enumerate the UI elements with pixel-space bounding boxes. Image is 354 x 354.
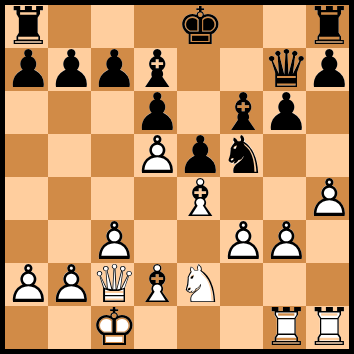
white-bishop[interactable]: ♝♗	[177, 177, 220, 220]
piece-fill-glyph: ♟	[134, 134, 177, 177]
square-g8[interactable]	[263, 5, 306, 48]
black-pawn[interactable]: ♟♙	[134, 91, 177, 134]
piece-outline-glyph: ♙	[91, 48, 134, 91]
piece-outline-glyph: ♖	[306, 5, 349, 48]
white-pawn[interactable]: ♟♙	[134, 134, 177, 177]
square-a7[interactable]: ♟♙	[5, 48, 48, 91]
square-f3[interactable]: ♟♙	[220, 220, 263, 263]
piece-fill-glyph: ♟	[177, 134, 220, 177]
piece-fill-glyph: ♟	[5, 263, 48, 306]
piece-outline-glyph: ♙	[134, 134, 177, 177]
square-b5[interactable]	[48, 134, 91, 177]
square-h4[interactable]: ♟♙	[306, 177, 349, 220]
square-a4[interactable]	[5, 177, 48, 220]
black-king[interactable]: ♚♔	[177, 5, 220, 48]
chess-board: ♜♖♚♔♜♖♟♙♟♙♟♙♝♗♛♕♟♙♟♙♝♗♟♙♟♙♟♙♞♘♝♗♟♙♟♙♟♙♟♙…	[5, 5, 349, 349]
square-e3[interactable]	[177, 220, 220, 263]
square-d4[interactable]	[134, 177, 177, 220]
piece-outline-glyph: ♙	[91, 220, 134, 263]
black-pawn[interactable]: ♟♙	[91, 48, 134, 91]
piece-fill-glyph: ♟	[134, 91, 177, 134]
black-bishop[interactable]: ♝♗	[220, 91, 263, 134]
square-a3[interactable]	[5, 220, 48, 263]
piece-outline-glyph: ♕	[91, 263, 134, 306]
piece-outline-glyph: ♖	[5, 5, 48, 48]
white-queen[interactable]: ♛♕	[91, 263, 134, 306]
piece-fill-glyph: ♝	[177, 177, 220, 220]
piece-outline-glyph: ♙	[263, 91, 306, 134]
square-c2[interactable]: ♛♕	[91, 263, 134, 306]
piece-fill-glyph: ♟	[306, 48, 349, 91]
square-f8[interactable]	[220, 5, 263, 48]
piece-fill-glyph: ♞	[220, 134, 263, 177]
square-h6[interactable]	[306, 91, 349, 134]
square-g1[interactable]: ♜♖	[263, 306, 306, 349]
piece-fill-glyph: ♟	[48, 48, 91, 91]
black-pawn[interactable]: ♟♙	[48, 48, 91, 91]
white-pawn[interactable]: ♟♙	[263, 220, 306, 263]
square-f2[interactable]	[220, 263, 263, 306]
square-f4[interactable]	[220, 177, 263, 220]
piece-fill-glyph: ♝	[134, 263, 177, 306]
piece-outline-glyph: ♖	[306, 306, 349, 349]
piece-fill-glyph: ♚	[91, 306, 134, 349]
piece-outline-glyph: ♘	[177, 263, 220, 306]
black-rook[interactable]: ♜♖	[306, 5, 349, 48]
piece-outline-glyph: ♖	[263, 306, 306, 349]
piece-fill-glyph: ♝	[134, 48, 177, 91]
piece-outline-glyph: ♔	[177, 5, 220, 48]
square-b3[interactable]	[48, 220, 91, 263]
square-b6[interactable]	[48, 91, 91, 134]
piece-fill-glyph: ♟	[5, 48, 48, 91]
piece-outline-glyph: ♕	[263, 48, 306, 91]
black-pawn[interactable]: ♟♙	[177, 134, 220, 177]
piece-fill-glyph: ♜	[306, 306, 349, 349]
piece-fill-glyph: ♛	[91, 263, 134, 306]
square-b8[interactable]	[48, 5, 91, 48]
square-a8[interactable]: ♜♖	[5, 5, 48, 48]
black-bishop[interactable]: ♝♗	[134, 48, 177, 91]
square-g4[interactable]	[263, 177, 306, 220]
square-d2[interactable]: ♝♗	[134, 263, 177, 306]
piece-outline-glyph: ♗	[220, 91, 263, 134]
square-d5[interactable]: ♟♙	[134, 134, 177, 177]
square-a5[interactable]	[5, 134, 48, 177]
black-pawn[interactable]: ♟♙	[5, 48, 48, 91]
white-knight[interactable]: ♞♘	[177, 263, 220, 306]
square-b7[interactable]: ♟♙	[48, 48, 91, 91]
piece-outline-glyph: ♙	[48, 48, 91, 91]
white-pawn[interactable]: ♟♙	[220, 220, 263, 263]
white-bishop[interactable]: ♝♗	[134, 263, 177, 306]
square-e2[interactable]: ♞♘	[177, 263, 220, 306]
piece-outline-glyph: ♗	[134, 48, 177, 91]
square-d1[interactable]	[134, 306, 177, 349]
piece-fill-glyph: ♜	[5, 5, 48, 48]
square-f5[interactable]: ♞♘	[220, 134, 263, 177]
square-c4[interactable]	[91, 177, 134, 220]
black-pawn[interactable]: ♟♙	[306, 48, 349, 91]
piece-fill-glyph: ♚	[177, 5, 220, 48]
piece-outline-glyph: ♙	[306, 48, 349, 91]
piece-outline-glyph: ♙	[5, 48, 48, 91]
white-pawn[interactable]: ♟♙	[91, 220, 134, 263]
black-queen[interactable]: ♛♕	[263, 48, 306, 91]
piece-fill-glyph: ♟	[306, 177, 349, 220]
square-c1[interactable]: ♚♔	[91, 306, 134, 349]
square-h8[interactable]: ♜♖	[306, 5, 349, 48]
square-d3[interactable]	[134, 220, 177, 263]
piece-outline-glyph: ♙	[177, 134, 220, 177]
white-rook[interactable]: ♜♖	[306, 306, 349, 349]
square-d6[interactable]: ♟♙	[134, 91, 177, 134]
square-b2[interactable]: ♟♙	[48, 263, 91, 306]
square-e1[interactable]	[177, 306, 220, 349]
piece-fill-glyph: ♟	[91, 48, 134, 91]
square-e8[interactable]: ♚♔	[177, 5, 220, 48]
piece-outline-glyph: ♗	[134, 263, 177, 306]
square-d7[interactable]: ♝♗	[134, 48, 177, 91]
square-h3[interactable]	[306, 220, 349, 263]
square-b1[interactable]	[48, 306, 91, 349]
piece-outline-glyph: ♙	[48, 263, 91, 306]
square-g2[interactable]	[263, 263, 306, 306]
black-rook[interactable]: ♜♖	[5, 5, 48, 48]
square-g3[interactable]: ♟♙	[263, 220, 306, 263]
square-a2[interactable]: ♟♙	[5, 263, 48, 306]
white-pawn[interactable]: ♟♙	[48, 263, 91, 306]
piece-fill-glyph: ♛	[263, 48, 306, 91]
square-f7[interactable]	[220, 48, 263, 91]
piece-fill-glyph: ♟	[91, 220, 134, 263]
black-knight[interactable]: ♞♘	[220, 134, 263, 177]
square-g5[interactable]	[263, 134, 306, 177]
square-c6[interactable]	[91, 91, 134, 134]
white-rook[interactable]: ♜♖	[263, 306, 306, 349]
piece-outline-glyph: ♙	[306, 177, 349, 220]
piece-fill-glyph: ♜	[306, 5, 349, 48]
square-a1[interactable]	[5, 306, 48, 349]
piece-outline-glyph: ♙	[263, 220, 306, 263]
square-h1[interactable]: ♜♖	[306, 306, 349, 349]
square-b4[interactable]	[48, 177, 91, 220]
piece-outline-glyph: ♗	[177, 177, 220, 220]
square-h2[interactable]	[306, 263, 349, 306]
white-pawn[interactable]: ♟♙	[5, 263, 48, 306]
square-h5[interactable]	[306, 134, 349, 177]
white-pawn[interactable]: ♟♙	[306, 177, 349, 220]
square-f1[interactable]	[220, 306, 263, 349]
square-h7[interactable]: ♟♙	[306, 48, 349, 91]
chess-board-frame: ♜♖♚♔♜♖♟♙♟♙♟♙♝♗♛♕♟♙♟♙♝♗♟♙♟♙♟♙♞♘♝♗♟♙♟♙♟♙♟♙…	[0, 0, 354, 354]
square-g6[interactable]: ♟♙	[263, 91, 306, 134]
black-pawn[interactable]: ♟♙	[263, 91, 306, 134]
piece-outline-glyph: ♙	[134, 91, 177, 134]
white-king[interactable]: ♚♔	[91, 306, 134, 349]
piece-outline-glyph: ♙	[5, 263, 48, 306]
square-g7[interactable]: ♛♕	[263, 48, 306, 91]
square-a6[interactable]	[5, 91, 48, 134]
square-c5[interactable]	[91, 134, 134, 177]
piece-outline-glyph: ♔	[91, 306, 134, 349]
piece-fill-glyph: ♟	[48, 263, 91, 306]
square-c7[interactable]: ♟♙	[91, 48, 134, 91]
piece-outline-glyph: ♙	[220, 220, 263, 263]
square-e4[interactable]: ♝♗	[177, 177, 220, 220]
piece-fill-glyph: ♟	[220, 220, 263, 263]
piece-outline-glyph: ♘	[220, 134, 263, 177]
square-f6[interactable]: ♝♗	[220, 91, 263, 134]
square-e5[interactable]: ♟♙	[177, 134, 220, 177]
square-e6[interactable]	[177, 91, 220, 134]
square-c3[interactable]: ♟♙	[91, 220, 134, 263]
piece-fill-glyph: ♜	[263, 306, 306, 349]
piece-fill-glyph: ♞	[177, 263, 220, 306]
piece-fill-glyph: ♟	[263, 220, 306, 263]
square-d8[interactable]	[134, 5, 177, 48]
square-e7[interactable]	[177, 48, 220, 91]
piece-fill-glyph: ♟	[263, 91, 306, 134]
square-c8[interactable]	[91, 5, 134, 48]
piece-fill-glyph: ♝	[220, 91, 263, 134]
